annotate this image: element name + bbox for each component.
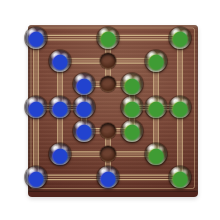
point-b2[interactable]: ● (48, 142, 72, 165)
point-d1[interactable]: ● (96, 166, 120, 189)
board-grid: ●●●●●●●●●●●●●●●●●●●● (24, 26, 192, 189)
blue-marble[interactable]: ● (73, 96, 95, 118)
point-d3[interactable] (96, 119, 120, 142)
point-e4[interactable]: ● (120, 96, 144, 119)
blue-marble[interactable]: ● (25, 166, 47, 188)
blue-marble[interactable]: ● (73, 120, 95, 142)
blue-marble[interactable]: ● (49, 50, 71, 72)
point-f4[interactable]: ● (144, 96, 168, 119)
morris-board: ●●●●●●●●●●●●●●●●●●●● (28, 25, 198, 197)
point-b6[interactable]: ● (48, 49, 72, 72)
green-marble[interactable]: ● (169, 27, 191, 49)
blue-marble[interactable]: ● (73, 73, 95, 95)
green-marble[interactable]: ● (97, 27, 119, 49)
point-f2[interactable]: ● (144, 142, 168, 165)
point-a7[interactable]: ● (24, 26, 48, 49)
empty-hole[interactable] (100, 76, 116, 92)
point-c4[interactable]: ● (72, 96, 96, 119)
empty-hole[interactable] (100, 146, 116, 162)
point-b4[interactable]: ● (48, 96, 72, 119)
point-g7[interactable]: ● (168, 26, 192, 49)
point-e3[interactable]: ● (120, 119, 144, 142)
green-marble[interactable]: ● (169, 96, 191, 118)
green-marble[interactable]: ● (121, 120, 143, 142)
point-c5[interactable]: ● (72, 73, 96, 96)
product-photo: ●●●●●●●●●●●●●●●●●●●● (0, 0, 220, 220)
point-d7[interactable]: ● (96, 26, 120, 49)
blue-marble[interactable]: ● (49, 96, 71, 118)
point-d5[interactable] (96, 73, 120, 96)
empty-hole[interactable] (100, 53, 116, 69)
point-f6[interactable]: ● (144, 49, 168, 72)
point-e5[interactable]: ● (120, 73, 144, 96)
point-a1[interactable]: ● (24, 166, 48, 189)
blue-marble[interactable]: ● (25, 27, 47, 49)
empty-hole[interactable] (100, 123, 116, 139)
blue-marble[interactable]: ● (49, 143, 71, 165)
point-c3[interactable]: ● (72, 119, 96, 142)
green-marble[interactable]: ● (169, 166, 191, 188)
point-a4[interactable]: ● (24, 96, 48, 119)
point-d6[interactable] (96, 49, 120, 72)
green-marble[interactable]: ● (121, 96, 143, 118)
green-marble[interactable]: ● (145, 143, 167, 165)
blue-marble[interactable]: ● (25, 96, 47, 118)
blue-marble[interactable]: ● (97, 166, 119, 188)
green-marble[interactable]: ● (145, 50, 167, 72)
green-marble[interactable]: ● (121, 73, 143, 95)
point-g1[interactable]: ● (168, 166, 192, 189)
green-marble[interactable]: ● (145, 96, 167, 118)
point-d2[interactable] (96, 142, 120, 165)
point-g4[interactable]: ● (168, 96, 192, 119)
